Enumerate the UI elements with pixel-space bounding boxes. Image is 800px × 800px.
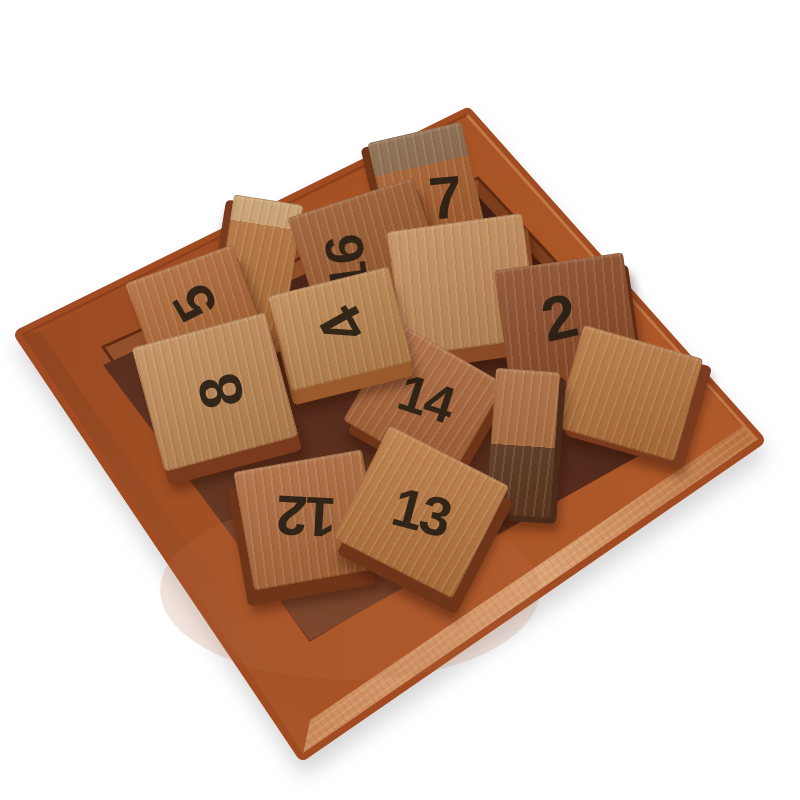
blocks-layer: 7516214481213	[0, 0, 800, 800]
block-13-number: 13	[386, 478, 455, 546]
block-5-number: 5	[164, 277, 227, 330]
block-13-face: 13	[333, 425, 510, 598]
block-8-number: 8	[189, 371, 254, 415]
blank-block-leaning[interactable]	[567, 340, 691, 446]
block-4[interactable]: 4	[278, 280, 402, 378]
block-8[interactable]: 8	[146, 328, 284, 456]
block-13[interactable]: 13	[354, 449, 488, 575]
wooden-number-puzzle-photo: 7516214481213	[0, 0, 800, 800]
block-12-number: 12	[277, 487, 338, 546]
block-4-number: 4	[310, 298, 377, 354]
